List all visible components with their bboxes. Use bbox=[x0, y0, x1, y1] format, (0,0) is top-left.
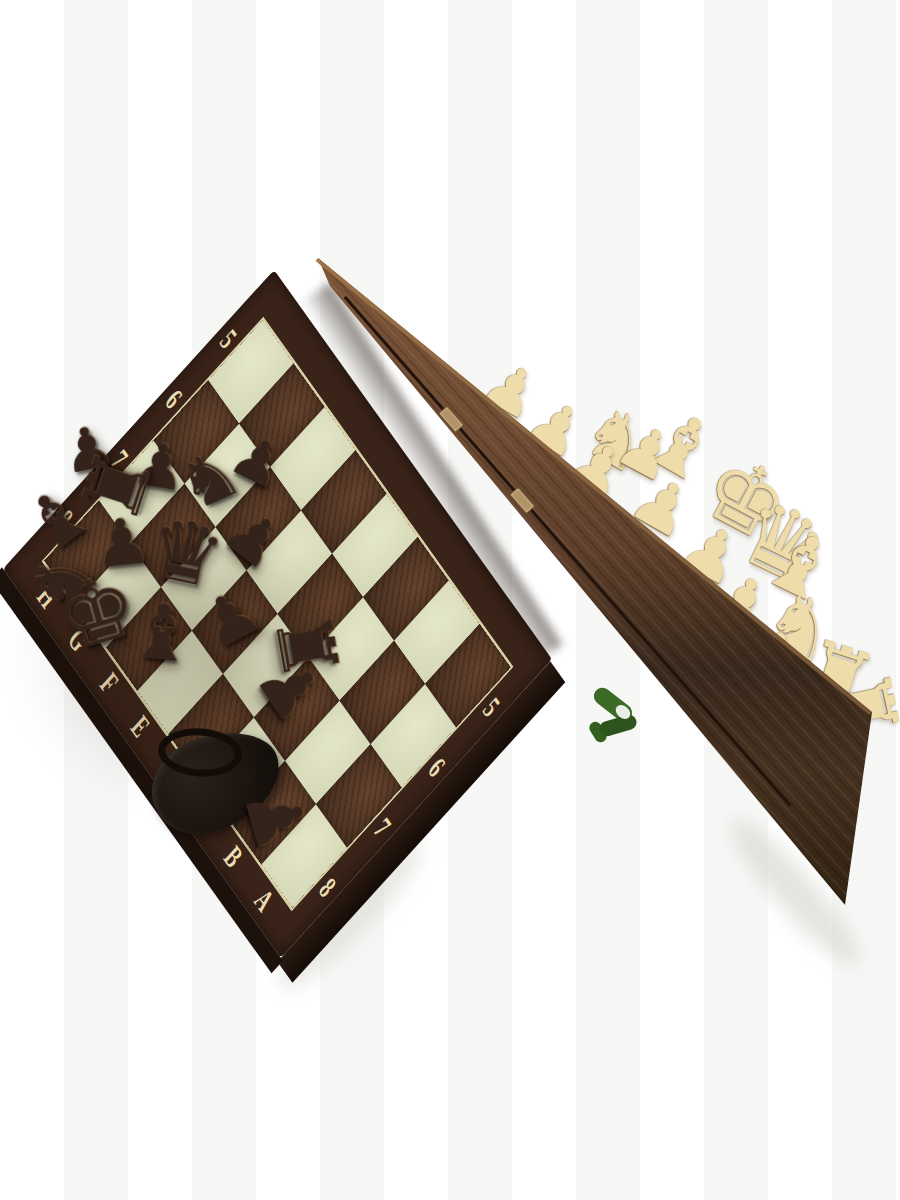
ribbon-fold bbox=[598, 713, 639, 738]
folding-chess-set-photo: 5678 5678 HGFEDCBA ♟♟♞♝♟♟♚♟♛♟♝♟♞♟♜♜ ♟♟♟♞… bbox=[0, 0, 900, 1200]
ribbon bbox=[585, 692, 655, 754]
dark-bishop-piece: ♝ bbox=[124, 592, 200, 675]
